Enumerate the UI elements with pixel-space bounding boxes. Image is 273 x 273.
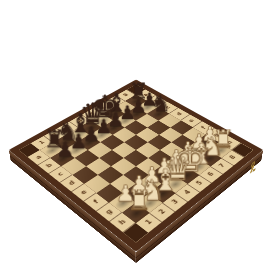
white-rook[interactable]: ♜ [116, 187, 162, 214]
brass-latch [247, 159, 257, 178]
scene: 12345678 12345678 abcdefgh abcdefgh ♜♞♝♛… [0, 0, 273, 273]
black-pawn[interactable]: ♟ [44, 139, 85, 159]
latch-hook-icon [252, 168, 255, 172]
black-knight[interactable]: ♞ [142, 92, 179, 115]
photo-canvas: 12345678 12345678 abcdefgh abcdefgh ♜♞♝♛… [0, 0, 273, 273]
chess-board: 12345678 12345678 abcdefgh abcdefgh ♜♞♝♛… [9, 80, 264, 252]
